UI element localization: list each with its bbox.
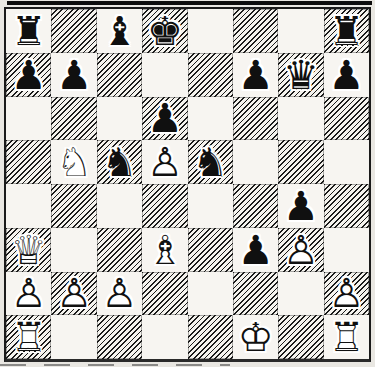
square-a7: ♟♟ xyxy=(6,53,51,97)
square-g1 xyxy=(278,315,323,359)
square-h4 xyxy=(324,184,369,228)
square-f2 xyxy=(233,272,278,316)
piece-white-pawn: ♟♙ xyxy=(51,272,96,316)
piece-black-knight: ♞♞ xyxy=(188,140,233,184)
piece-glyph: ♞ xyxy=(97,140,142,184)
square-c8: ♝♝ xyxy=(97,9,142,53)
square-e1 xyxy=(188,315,233,359)
piece-black-pawn: ♟♟ xyxy=(233,228,278,272)
piece-white-rook: ♜♖ xyxy=(6,315,51,359)
piece-glyph: ♙ xyxy=(278,228,323,272)
square-e5: ♞♞ xyxy=(188,140,233,184)
piece-glyph: ♚ xyxy=(142,9,187,53)
square-g8 xyxy=(278,9,323,53)
piece-black-pawn: ♟♟ xyxy=(142,97,187,141)
square-a6 xyxy=(6,97,51,141)
square-h1: ♜♖ xyxy=(324,315,369,359)
piece-glyph: ♘ xyxy=(51,140,96,184)
piece-black-queen: ♛♛ xyxy=(278,53,323,97)
square-d3: ♝♗ xyxy=(142,228,187,272)
square-h7: ♟♟ xyxy=(324,53,369,97)
piece-glyph: ♕ xyxy=(6,228,51,272)
piece-glyph: ♟ xyxy=(233,53,278,97)
chess-board: ♜♜♝♝♚♚♜♜♟♟♟♟♟♟♛♛♟♟♟♟♞♘♞♞♟♙♞♞♟♟♛♕♝♗♟♟♟♙♟♙… xyxy=(4,7,371,362)
piece-glyph: ♙ xyxy=(324,272,369,316)
square-e7 xyxy=(188,53,233,97)
piece-glyph: ♙ xyxy=(97,272,142,316)
square-b1 xyxy=(51,315,96,359)
square-g2 xyxy=(278,272,323,316)
square-h5 xyxy=(324,140,369,184)
square-g3: ♟♙ xyxy=(278,228,323,272)
square-d1 xyxy=(142,315,187,359)
square-g5 xyxy=(278,140,323,184)
square-d2 xyxy=(142,272,187,316)
square-f7: ♟♟ xyxy=(233,53,278,97)
square-b2: ♟♙ xyxy=(51,272,96,316)
square-f5 xyxy=(233,140,278,184)
square-c6 xyxy=(97,97,142,141)
square-e6 xyxy=(188,97,233,141)
square-f8 xyxy=(233,9,278,53)
piece-black-rook: ♜♜ xyxy=(6,9,51,53)
square-a5 xyxy=(6,140,51,184)
square-f1: ♚♔ xyxy=(233,315,278,359)
square-h2: ♟♙ xyxy=(324,272,369,316)
square-c5: ♞♞ xyxy=(97,140,142,184)
piece-glyph: ♜ xyxy=(324,9,369,53)
piece-glyph: ♛ xyxy=(278,53,323,97)
square-a2: ♟♙ xyxy=(6,272,51,316)
piece-glyph: ♖ xyxy=(6,315,51,359)
piece-black-pawn: ♟♟ xyxy=(233,53,278,97)
piece-glyph: ♝ xyxy=(97,9,142,53)
square-a8: ♜♜ xyxy=(6,9,51,53)
piece-black-bishop: ♝♝ xyxy=(97,9,142,53)
piece-white-king: ♚♔ xyxy=(233,315,278,359)
piece-glyph: ♙ xyxy=(142,140,187,184)
square-g7: ♛♛ xyxy=(278,53,323,97)
piece-white-knight: ♞♘ xyxy=(51,140,96,184)
diagram-top-rule xyxy=(7,1,372,5)
square-h3 xyxy=(324,228,369,272)
piece-glyph: ♟ xyxy=(324,53,369,97)
piece-glyph: ♜ xyxy=(6,9,51,53)
piece-glyph: ♟ xyxy=(6,53,51,97)
piece-white-pawn: ♟♙ xyxy=(142,140,187,184)
piece-black-pawn: ♟♟ xyxy=(6,53,51,97)
piece-black-knight: ♞♞ xyxy=(97,140,142,184)
square-f6 xyxy=(233,97,278,141)
square-b6 xyxy=(51,97,96,141)
square-e2 xyxy=(188,272,233,316)
square-c2: ♟♙ xyxy=(97,272,142,316)
piece-white-bishop: ♝♗ xyxy=(142,228,187,272)
piece-glyph: ♞ xyxy=(188,140,233,184)
square-h8: ♜♜ xyxy=(324,9,369,53)
chess-diagram-page: ♜♜♝♝♚♚♜♜♟♟♟♟♟♟♛♛♟♟♟♟♞♘♞♞♟♙♞♞♟♟♛♕♝♗♟♟♟♙♟♙… xyxy=(0,0,375,367)
square-g4: ♟♟ xyxy=(278,184,323,228)
piece-white-pawn: ♟♙ xyxy=(278,228,323,272)
square-b8 xyxy=(51,9,96,53)
piece-glyph: ♟ xyxy=(51,53,96,97)
piece-black-pawn: ♟♟ xyxy=(278,184,323,228)
square-c3 xyxy=(97,228,142,272)
piece-black-pawn: ♟♟ xyxy=(51,53,96,97)
square-c1 xyxy=(97,315,142,359)
piece-glyph: ♟ xyxy=(233,228,278,272)
square-c4 xyxy=(97,184,142,228)
scan-artifact xyxy=(0,364,230,366)
piece-white-rook: ♜♖ xyxy=(324,315,369,359)
square-a3: ♛♕ xyxy=(6,228,51,272)
square-a1: ♜♖ xyxy=(6,315,51,359)
piece-glyph: ♖ xyxy=(324,315,369,359)
square-c7 xyxy=(97,53,142,97)
piece-black-pawn: ♟♟ xyxy=(324,53,369,97)
square-b5: ♞♘ xyxy=(51,140,96,184)
square-d5: ♟♙ xyxy=(142,140,187,184)
square-b7: ♟♟ xyxy=(51,53,96,97)
square-e3 xyxy=(188,228,233,272)
square-e4 xyxy=(188,184,233,228)
piece-glyph: ♗ xyxy=(142,228,187,272)
piece-black-king: ♚♚ xyxy=(142,9,187,53)
piece-glyph: ♟ xyxy=(142,97,187,141)
square-a4 xyxy=(6,184,51,228)
piece-glyph: ♟ xyxy=(278,184,323,228)
square-b4 xyxy=(51,184,96,228)
piece-white-pawn: ♟♙ xyxy=(97,272,142,316)
square-h6 xyxy=(324,97,369,141)
piece-white-pawn: ♟♙ xyxy=(6,272,51,316)
square-g6 xyxy=(278,97,323,141)
piece-white-pawn: ♟♙ xyxy=(324,272,369,316)
square-b3 xyxy=(51,228,96,272)
square-d4 xyxy=(142,184,187,228)
square-d6: ♟♟ xyxy=(142,97,187,141)
piece-white-queen: ♛♕ xyxy=(6,228,51,272)
square-d7 xyxy=(142,53,187,97)
square-e8 xyxy=(188,9,233,53)
piece-glyph: ♙ xyxy=(51,272,96,316)
piece-glyph: ♔ xyxy=(233,315,278,359)
square-f3: ♟♟ xyxy=(233,228,278,272)
piece-glyph: ♙ xyxy=(6,272,51,316)
square-f4 xyxy=(233,184,278,228)
square-d8: ♚♚ xyxy=(142,9,187,53)
piece-black-rook: ♜♜ xyxy=(324,9,369,53)
